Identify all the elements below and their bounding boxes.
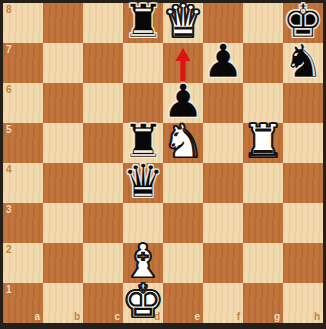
rank-label-4: 4 (6, 165, 12, 175)
square-c2[interactable] (83, 243, 123, 283)
file-label-h: h (314, 312, 320, 322)
square-c8[interactable] (83, 3, 123, 43)
file-label-c: c (114, 312, 120, 322)
board-frame: 8♜♛♚7♟♞6♟5♜♞♜4♛32♝1abcd♚efgh (0, 0, 326, 329)
square-e4[interactable] (163, 163, 203, 203)
rank-label-6: 6 (6, 85, 12, 95)
square-g1[interactable]: g (243, 283, 283, 323)
piece-black-pawn[interactable]: ♟ (202, 41, 243, 81)
square-b3[interactable] (43, 203, 83, 243)
square-g5[interactable]: ♜ (243, 123, 283, 163)
square-a1[interactable]: 1a (3, 283, 43, 323)
square-c3[interactable] (83, 203, 123, 243)
square-f3[interactable] (203, 203, 243, 243)
rank-label-8: 8 (6, 5, 12, 15)
piece-white-king[interactable]: ♚ (122, 281, 163, 321)
square-a8[interactable]: 8 (3, 3, 43, 43)
square-f5[interactable] (203, 123, 243, 163)
square-h7[interactable]: ♞ (283, 43, 323, 83)
square-f4[interactable] (203, 163, 243, 203)
file-label-a: a (34, 312, 40, 322)
square-b2[interactable] (43, 243, 83, 283)
square-a5[interactable]: 5 (3, 123, 43, 163)
square-h6[interactable] (283, 83, 323, 123)
square-c4[interactable] (83, 163, 123, 203)
square-e3[interactable] (163, 203, 203, 243)
square-g7[interactable] (243, 43, 283, 83)
square-h1[interactable]: h (283, 283, 323, 323)
file-label-f: f (237, 312, 240, 322)
square-a3[interactable]: 3 (3, 203, 43, 243)
square-b4[interactable] (43, 163, 83, 203)
rank-label-2: 2 (6, 245, 12, 255)
square-a2[interactable]: 2 (3, 243, 43, 283)
square-e5[interactable]: ♞ (163, 123, 203, 163)
square-g8[interactable] (243, 3, 283, 43)
square-e2[interactable] (163, 243, 203, 283)
square-d7[interactable] (123, 43, 163, 83)
square-c6[interactable] (83, 83, 123, 123)
square-f6[interactable] (203, 83, 243, 123)
piece-black-rook[interactable]: ♜ (122, 1, 163, 41)
square-c1[interactable]: c (83, 283, 123, 323)
square-e8[interactable]: ♛ (163, 3, 203, 43)
file-label-b: b (74, 312, 80, 322)
square-c5[interactable] (83, 123, 123, 163)
square-b5[interactable] (43, 123, 83, 163)
square-a6[interactable]: 6 (3, 83, 43, 123)
piece-black-knight[interactable]: ♞ (282, 41, 323, 81)
square-b8[interactable] (43, 3, 83, 43)
square-f2[interactable] (203, 243, 243, 283)
square-b7[interactable] (43, 43, 83, 83)
piece-white-queen[interactable]: ♛ (162, 1, 203, 41)
square-d8[interactable]: ♜ (123, 3, 163, 43)
square-g2[interactable] (243, 243, 283, 283)
square-c7[interactable] (83, 43, 123, 83)
rank-label-1: 1 (6, 285, 12, 295)
square-d1[interactable]: d♚ (123, 283, 163, 323)
square-h5[interactable] (283, 123, 323, 163)
square-h2[interactable] (283, 243, 323, 283)
rank-label-3: 3 (6, 205, 12, 215)
square-b1[interactable]: b (43, 283, 83, 323)
square-a7[interactable]: 7 (3, 43, 43, 83)
piece-white-rook[interactable]: ♜ (242, 121, 283, 161)
square-g3[interactable] (243, 203, 283, 243)
rank-label-7: 7 (6, 45, 12, 55)
square-f1[interactable]: f (203, 283, 243, 323)
piece-white-knight[interactable]: ♞ (162, 121, 203, 161)
square-a4[interactable]: 4 (3, 163, 43, 203)
file-label-e: e (194, 312, 200, 322)
chess-board: 8♜♛♚7♟♞6♟5♜♞♜4♛32♝1abcd♚efgh (3, 3, 323, 323)
piece-black-queen[interactable]: ♛ (122, 161, 163, 201)
square-h3[interactable] (283, 203, 323, 243)
square-g4[interactable] (243, 163, 283, 203)
file-label-g: g (274, 312, 280, 322)
square-b6[interactable] (43, 83, 83, 123)
square-d4[interactable]: ♛ (123, 163, 163, 203)
square-f7[interactable]: ♟ (203, 43, 243, 83)
square-e1[interactable]: e (163, 283, 203, 323)
rank-label-5: 5 (6, 125, 12, 135)
square-h4[interactable] (283, 163, 323, 203)
